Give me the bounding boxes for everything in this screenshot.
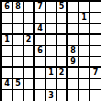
cell-r8c4-empty[interactable] [35, 79, 46, 90]
cell-r4c2-empty[interactable] [13, 35, 24, 46]
cell-r5c1-empty[interactable] [2, 46, 13, 57]
cell-r6c8-empty[interactable] [79, 57, 90, 68]
cell-r2c7-empty[interactable] [68, 13, 79, 24]
cell-r3c8-empty[interactable] [79, 24, 90, 35]
cell-r9c3-empty[interactable] [24, 90, 35, 101]
cell-r4c8-empty[interactable] [79, 35, 90, 46]
cell-r2c4-empty[interactable] [35, 13, 46, 24]
cell-r2c9-empty[interactable] [90, 13, 101, 24]
cell-r1c9-empty[interactable] [90, 2, 101, 13]
cell-r9c2-empty[interactable] [13, 90, 24, 101]
cell-r7c5-given: 1 [46, 68, 57, 79]
cell-r6c1-empty[interactable] [2, 57, 13, 68]
cell-r9c6-empty[interactable] [57, 90, 68, 101]
cell-r2c6-empty[interactable] [57, 13, 68, 24]
cell-r2c8-given: 1 [79, 13, 90, 24]
cell-r5c4-given: 6 [35, 46, 46, 57]
cell-r1c4-given: 7 [35, 2, 46, 13]
cell-r6c9-empty[interactable] [90, 57, 101, 68]
cell-r9c7-empty[interactable] [68, 90, 79, 101]
cell-r8c7-empty[interactable] [68, 79, 79, 90]
cell-r4c3-given: 2 [24, 35, 35, 46]
cell-r2c2-empty[interactable] [13, 13, 24, 24]
cell-r8c9-empty[interactable] [90, 79, 101, 90]
cell-r1c1-given: 6 [2, 2, 13, 13]
cell-r3c5-empty[interactable] [46, 24, 57, 35]
cell-r5c3-empty[interactable] [24, 46, 35, 57]
cell-r7c7-empty[interactable] [68, 68, 79, 79]
cell-r1c7-empty[interactable] [68, 2, 79, 13]
cell-r7c6-given: 2 [57, 68, 68, 79]
cell-r7c8-empty[interactable] [79, 68, 90, 79]
cell-r7c1-empty[interactable] [2, 68, 13, 79]
cell-r9c5-given: 3 [46, 90, 57, 101]
cell-r9c9-empty[interactable] [90, 90, 101, 101]
cell-r9c1-empty[interactable] [2, 90, 13, 101]
cell-r5c9-empty[interactable] [90, 46, 101, 57]
cell-r3c1-empty[interactable] [2, 24, 13, 35]
cell-r7c3-empty[interactable] [24, 68, 35, 79]
cell-r5c8-empty[interactable] [79, 46, 90, 57]
cell-r7c2-empty[interactable] [13, 68, 24, 79]
cell-r1c2-given: 8 [13, 2, 24, 13]
cell-r9c8-empty[interactable] [79, 90, 90, 101]
cell-r6c4-empty[interactable] [35, 57, 46, 68]
cell-r5c2-empty[interactable] [13, 46, 24, 57]
cell-r6c6-empty[interactable] [57, 57, 68, 68]
cell-r3c2-empty[interactable] [13, 24, 24, 35]
cell-r6c5-empty[interactable] [46, 57, 57, 68]
cell-r8c8-empty[interactable] [79, 79, 90, 90]
cell-r4c4-empty[interactable] [35, 35, 46, 46]
cell-r7c9-given: 7 [90, 68, 101, 79]
cell-r3c7-empty[interactable] [68, 24, 79, 35]
cell-r3c9-empty[interactable] [90, 24, 101, 35]
cell-r6c3-empty[interactable] [24, 57, 35, 68]
cell-r8c2-given: 5 [13, 79, 24, 90]
cell-r8c1-given: 4 [2, 79, 13, 90]
cell-r1c5-empty[interactable] [46, 2, 57, 13]
cell-r1c3-empty[interactable] [24, 2, 35, 13]
cell-r4c5-empty[interactable] [46, 35, 57, 46]
cell-r3c3-empty[interactable] [24, 24, 35, 35]
cell-r5c6-empty[interactable] [57, 46, 68, 57]
cell-r8c3-empty[interactable] [24, 79, 35, 90]
cell-r9c4-empty[interactable] [35, 90, 46, 101]
cell-r4c6-empty[interactable] [57, 35, 68, 46]
cell-r6c7-given: 9 [68, 57, 79, 68]
cell-r8c6-empty[interactable] [57, 79, 68, 90]
cell-r2c1-empty[interactable] [2, 13, 13, 24]
cell-r5c7-given: 8 [68, 46, 79, 57]
cell-r6c2-empty[interactable] [13, 57, 24, 68]
cell-r4c9-empty[interactable] [90, 35, 101, 46]
cell-r3c4-given: 4 [35, 24, 46, 35]
cell-r1c8-empty[interactable] [79, 2, 90, 13]
cell-r2c3-empty[interactable] [24, 13, 35, 24]
cell-r7c4-empty[interactable] [35, 68, 46, 79]
cell-r2c5-empty[interactable] [46, 13, 57, 24]
cell-r4c7-empty[interactable] [68, 35, 79, 46]
cell-r8c5-empty[interactable] [46, 79, 57, 90]
cell-r3c6-empty[interactable] [57, 24, 68, 35]
cell-r5c5-empty[interactable] [46, 46, 57, 57]
sudoku-board: 68751412689127453 [0, 0, 101, 101]
cell-r1c6-given: 5 [57, 2, 68, 13]
cell-r4c1-given: 1 [2, 35, 13, 46]
